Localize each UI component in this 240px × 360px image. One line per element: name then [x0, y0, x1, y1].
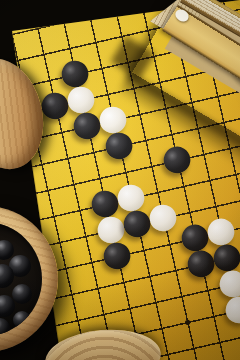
bowl-black-stone	[12, 284, 32, 304]
go-stone-black	[161, 144, 193, 176]
go-stone-black	[103, 130, 135, 162]
go-stone-white	[115, 182, 147, 214]
go-stone-black	[211, 242, 240, 274]
photo-scene	[0, 0, 240, 360]
go-stone-black	[101, 240, 133, 272]
go-stone-black	[89, 188, 121, 220]
go-stone-black	[179, 222, 211, 254]
star-point	[185, 319, 191, 325]
go-stone-black	[39, 90, 71, 122]
bowl-black-stone	[0, 318, 10, 336]
go-stone-white	[223, 294, 240, 326]
go-stone-black	[121, 208, 153, 240]
go-stone-white	[147, 202, 179, 234]
bowl-interior	[0, 222, 42, 336]
go-stone-white	[205, 216, 237, 248]
go-stone-black	[71, 110, 103, 142]
go-stone-black	[59, 58, 91, 90]
go-stone-white	[95, 214, 127, 246]
go-stone-black	[185, 248, 217, 280]
go-stone-white	[65, 84, 97, 116]
go-stone-white	[97, 104, 129, 136]
go-stone-white	[217, 268, 240, 300]
bowl-black-stone	[13, 311, 31, 329]
